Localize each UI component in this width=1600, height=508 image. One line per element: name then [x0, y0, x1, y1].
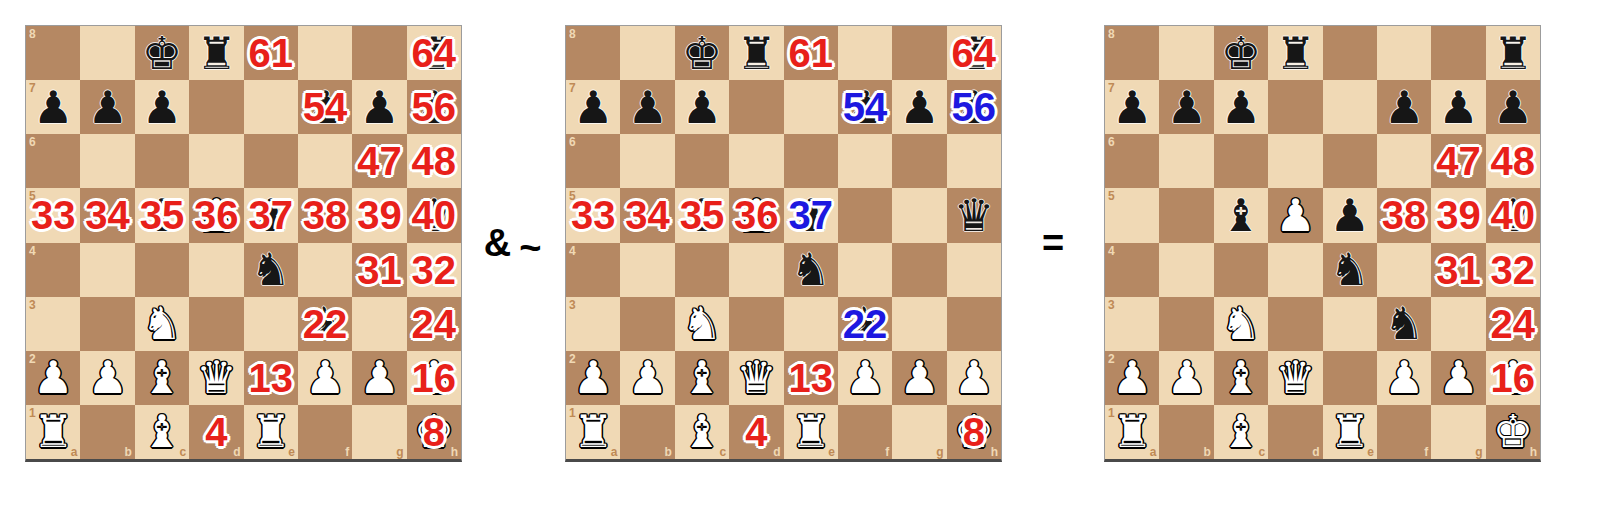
square-b6 [80, 134, 134, 188]
square-f2: ♟ [1377, 351, 1431, 405]
square-e4: ♞ [244, 243, 298, 297]
bit-number-22: 22 [295, 297, 355, 351]
square-a3: 3 [26, 297, 80, 351]
square-d4 [1268, 243, 1322, 297]
square-f6 [1377, 134, 1431, 188]
rank-label-2: 2 [569, 353, 576, 365]
square-c2: ♝ [675, 351, 729, 405]
square-g5: 39 [352, 188, 406, 242]
bit-number-35: 35 [672, 188, 732, 242]
square-f3: ♞22 [298, 297, 352, 351]
rank-label-1: 1 [29, 407, 36, 419]
rank-label-8: 8 [29, 28, 36, 40]
file-label-e: e [828, 446, 835, 458]
bit-number-22: 22 [835, 297, 895, 351]
file-label-h: h [1530, 446, 1537, 458]
rank-label-7: 7 [1108, 82, 1115, 94]
square-e5: ♟37 [784, 188, 838, 242]
rank-label-2: 2 [29, 353, 36, 365]
square-h4: 32 [1486, 243, 1540, 297]
bit-number-13: 13 [241, 351, 301, 405]
square-h5: ♛40 [407, 188, 461, 242]
square-f5: 38 [298, 188, 352, 242]
white-pawn-piece-g2: ♟ [892, 351, 946, 405]
square-f4 [1377, 243, 1431, 297]
square-g5 [892, 188, 946, 242]
chessboard-middle: 8♚♜61♜64♟7♟♟♟54♟♟56653334♝35♟36♟37♛4♞3♞♞… [565, 25, 1002, 462]
square-f3: ♞ [1377, 297, 1431, 351]
square-c1: ♝c [1214, 405, 1268, 459]
square-g2: ♟ [892, 351, 946, 405]
square-h3: 24 [407, 297, 461, 351]
square-f1: f [1377, 405, 1431, 459]
rank-label-7: 7 [569, 82, 576, 94]
square-c7: ♟ [675, 80, 729, 134]
square-b6 [1159, 134, 1213, 188]
square-h7: ♟56 [407, 80, 461, 134]
square-g1: g [1431, 405, 1485, 459]
square-h1: ♚h [1486, 405, 1540, 459]
square-g6: 47 [1431, 134, 1485, 188]
square-e1: ♜e [1323, 405, 1377, 459]
black-bishop-piece-c5: ♝ [1214, 188, 1268, 242]
bit-number-39: 39 [349, 188, 409, 242]
square-g1: g [352, 405, 406, 459]
file-label-f: f [1424, 446, 1428, 458]
square-f5 [838, 188, 892, 242]
bit-number-38: 38 [295, 188, 355, 242]
square-a7: ♟7 [1105, 80, 1159, 134]
square-a2: ♟2 [1105, 351, 1159, 405]
bit-number-64: 64 [944, 26, 1004, 80]
bit-number-33: 33 [23, 188, 83, 242]
square-e7 [784, 80, 838, 134]
square-f2: ♟ [838, 351, 892, 405]
white-pawn-piece-f2: ♟ [838, 351, 892, 405]
square-b1: b [620, 405, 674, 459]
square-c8: ♚ [675, 26, 729, 80]
square-c1: ♝c [135, 405, 189, 459]
bit-number-39: 39 [1428, 188, 1488, 242]
square-g4 [892, 243, 946, 297]
black-pawn-piece-c7: ♟ [675, 80, 729, 134]
square-c7: ♟ [135, 80, 189, 134]
bit-number-16: 16 [1483, 351, 1543, 405]
square-h8: ♜64 [407, 26, 461, 80]
black-pawn-piece-g7: ♟ [352, 80, 406, 134]
square-b7: ♟ [620, 80, 674, 134]
square-e5: ♟ [1323, 188, 1377, 242]
file-label-b: b [664, 446, 671, 458]
square-b8 [620, 26, 674, 80]
white-queen-piece-d2: ♛ [189, 351, 243, 405]
square-b3 [1159, 297, 1213, 351]
square-a7: ♟7 [566, 80, 620, 134]
rank-label-4: 4 [29, 245, 36, 257]
square-a3: 3 [1105, 297, 1159, 351]
square-c5: ♝ [1214, 188, 1268, 242]
file-label-f: f [345, 446, 349, 458]
square-d7 [1268, 80, 1322, 134]
equals-symbol: = [1042, 222, 1064, 265]
square-e7 [1323, 80, 1377, 134]
square-c4 [1214, 243, 1268, 297]
square-h2: ♟16 [1486, 351, 1540, 405]
file-label-d: d [1312, 446, 1319, 458]
file-label-b: b [1203, 446, 1210, 458]
file-label-f: f [885, 446, 889, 458]
square-g3 [352, 297, 406, 351]
square-h6: 48 [1486, 134, 1540, 188]
square-c2: ♝ [1214, 351, 1268, 405]
square-e1: ♜e [784, 405, 838, 459]
square-g6 [892, 134, 946, 188]
square-h6: 48 [407, 134, 461, 188]
bit-number-36: 36 [726, 188, 786, 242]
square-g7: ♟ [892, 80, 946, 134]
square-f6 [838, 134, 892, 188]
square-c4 [135, 243, 189, 297]
square-b4 [620, 243, 674, 297]
black-king-piece-c8: ♚ [135, 26, 189, 80]
black-king-piece-c8: ♚ [1214, 26, 1268, 80]
white-pawn-piece-d5: ♟ [1268, 188, 1322, 242]
white-pawn-piece-f2: ♟ [298, 351, 352, 405]
square-g1: g [892, 405, 946, 459]
square-d5: ♟36 [729, 188, 783, 242]
square-g8 [352, 26, 406, 80]
square-d6 [729, 134, 783, 188]
bit-number-48: 48 [404, 134, 464, 188]
square-b2: ♟ [620, 351, 674, 405]
white-pawn-piece-h2: ♟ [947, 351, 1001, 405]
rank-label-8: 8 [569, 28, 576, 40]
bit-number-35: 35 [132, 188, 192, 242]
square-f3: ♞22 [838, 297, 892, 351]
square-f8 [838, 26, 892, 80]
square-e6 [244, 134, 298, 188]
bit-number-8: 8 [944, 405, 1004, 459]
square-d6 [1268, 134, 1322, 188]
bit-number-4: 4 [726, 405, 786, 459]
square-e2: 13 [244, 351, 298, 405]
bit-number-47: 47 [1428, 134, 1488, 188]
bit-number-61: 61 [241, 26, 301, 80]
square-a4: 4 [566, 243, 620, 297]
square-a6: 6 [26, 134, 80, 188]
bit-number-4: 4 [186, 405, 246, 459]
square-b3 [80, 297, 134, 351]
square-d4 [729, 243, 783, 297]
bitboard-expression-figure: 8♚♜61♜64♟7♟♟♟54♟♟566474853334♝35♟36♟3738… [0, 0, 1600, 508]
square-d5: ♟36 [189, 188, 243, 242]
bit-number-24: 24 [1483, 297, 1543, 351]
bit-number-34: 34 [77, 188, 137, 242]
white-pawn-piece-b2: ♟ [1159, 351, 1213, 405]
white-pawn-piece-g2: ♟ [352, 351, 406, 405]
square-b4 [80, 243, 134, 297]
rank-label-6: 6 [1108, 136, 1115, 148]
square-a1: ♜1a [566, 405, 620, 459]
square-d3 [729, 297, 783, 351]
white-queen-piece-d2: ♛ [729, 351, 783, 405]
square-d2: ♛ [1268, 351, 1322, 405]
square-f1: f [298, 405, 352, 459]
black-rook-piece-h8: ♜ [1486, 26, 1540, 80]
black-pawn-piece-b7: ♟ [80, 80, 134, 134]
black-pawn-piece-f7: ♟ [1377, 80, 1431, 134]
square-a2: ♟2 [566, 351, 620, 405]
square-a5: 533 [26, 188, 80, 242]
black-knight-piece-e4: ♞ [1323, 243, 1377, 297]
square-d8: ♜ [189, 26, 243, 80]
black-rook-piece-d8: ♜ [1268, 26, 1322, 80]
equals-operator: = [1002, 25, 1104, 462]
square-c6 [675, 134, 729, 188]
square-a5: 5 [1105, 188, 1159, 242]
square-c8: ♚ [1214, 26, 1268, 80]
rank-label-3: 3 [29, 299, 36, 311]
square-c6 [135, 134, 189, 188]
square-b7: ♟ [80, 80, 134, 134]
chessboard-right: 8♚♜♜♟7♟♟♟♟♟647485♝♟♟3839♛404♞31323♞♞24♟2… [1104, 25, 1541, 462]
square-f8 [298, 26, 352, 80]
file-label-g: g [1475, 446, 1482, 458]
square-g6: 47 [352, 134, 406, 188]
rank-label-4: 4 [1108, 245, 1115, 257]
square-d8: ♜ [729, 26, 783, 80]
black-pawn-piece-h7: ♟ [1486, 80, 1540, 134]
file-label-e: e [1367, 446, 1374, 458]
bit-number-40: 40 [404, 188, 464, 242]
square-d2: ♛ [189, 351, 243, 405]
black-rook-piece-d8: ♜ [729, 26, 783, 80]
square-d6 [189, 134, 243, 188]
square-b5: 34 [620, 188, 674, 242]
square-f6 [298, 134, 352, 188]
square-h3 [947, 297, 1001, 351]
square-d3 [1268, 297, 1322, 351]
white-bishop-piece-c2: ♝ [135, 351, 189, 405]
bit-number-64: 64 [404, 26, 464, 80]
rank-label-2: 2 [1108, 353, 1115, 365]
square-h4 [947, 243, 1001, 297]
square-g4: 31 [352, 243, 406, 297]
square-c2: ♝ [135, 351, 189, 405]
rank-label-3: 3 [1108, 299, 1115, 311]
white-pawn-piece-b2: ♟ [80, 351, 134, 405]
file-label-c: c [179, 446, 186, 458]
bit-number-8: 8 [404, 405, 464, 459]
black-pawn-piece-g7: ♟ [1431, 80, 1485, 134]
square-c8: ♚ [135, 26, 189, 80]
and-not-operator: &~ [462, 25, 565, 462]
white-queen-piece-d2: ♛ [1268, 351, 1322, 405]
square-f4 [298, 243, 352, 297]
square-a6: 6 [566, 134, 620, 188]
square-a2: ♟2 [26, 351, 80, 405]
square-h5: ♛ [947, 188, 1001, 242]
square-g8 [1431, 26, 1485, 80]
square-d3 [189, 297, 243, 351]
square-b6 [620, 134, 674, 188]
square-g2: ♟ [1431, 351, 1485, 405]
square-b3 [620, 297, 674, 351]
white-pawn-piece-g2: ♟ [1431, 351, 1485, 405]
square-c3: ♞ [135, 297, 189, 351]
square-h2: ♟ [947, 351, 1001, 405]
square-d2: ♛ [729, 351, 783, 405]
rank-label-8: 8 [1108, 28, 1115, 40]
square-e3 [244, 297, 298, 351]
square-d7 [189, 80, 243, 134]
square-d8: ♜ [1268, 26, 1322, 80]
square-d1: d4 [729, 405, 783, 459]
bit-number-56: 56 [944, 80, 1004, 134]
square-e4: ♞ [784, 243, 838, 297]
square-g4: 31 [1431, 243, 1485, 297]
square-b2: ♟ [80, 351, 134, 405]
square-a1: ♜1a [26, 405, 80, 459]
file-label-e: e [288, 446, 295, 458]
black-pawn-piece-g7: ♟ [892, 80, 946, 134]
square-c3: ♞ [1214, 297, 1268, 351]
rank-label-6: 6 [29, 136, 36, 148]
black-pawn-piece-b7: ♟ [1159, 80, 1213, 134]
bit-number-40: 40 [1483, 188, 1543, 242]
square-c5: ♝35 [675, 188, 729, 242]
square-f8 [1377, 26, 1431, 80]
black-pawn-piece-b7: ♟ [620, 80, 674, 134]
black-queen-piece-h5: ♛ [947, 188, 1001, 242]
rank-label-3: 3 [569, 299, 576, 311]
square-a4: 4 [26, 243, 80, 297]
square-h7: ♟ [1486, 80, 1540, 134]
bit-number-34: 34 [617, 188, 677, 242]
rank-label-4: 4 [569, 245, 576, 257]
square-h8: ♜ [1486, 26, 1540, 80]
rank-label-5: 5 [1108, 190, 1115, 202]
square-h1: ♚h8 [947, 405, 1001, 459]
square-e5: ♟37 [244, 188, 298, 242]
square-b4 [1159, 243, 1213, 297]
square-g5: 39 [1431, 188, 1485, 242]
black-knight-piece-e4: ♞ [784, 243, 838, 297]
black-pawn-piece-c7: ♟ [135, 80, 189, 134]
square-e6 [784, 134, 838, 188]
bit-number-24: 24 [404, 297, 464, 351]
bit-number-33: 33 [563, 188, 623, 242]
square-a5: 533 [566, 188, 620, 242]
square-e8: 61 [244, 26, 298, 80]
square-a7: ♟7 [26, 80, 80, 134]
square-b8 [80, 26, 134, 80]
square-e3 [1323, 297, 1377, 351]
square-h4: 32 [407, 243, 461, 297]
square-a8: 8 [1105, 26, 1159, 80]
rank-label-6: 6 [569, 136, 576, 148]
square-e2 [1323, 351, 1377, 405]
square-h3: 24 [1486, 297, 1540, 351]
square-d4 [189, 243, 243, 297]
square-g8 [892, 26, 946, 80]
bit-number-32: 32 [1483, 243, 1543, 297]
bit-number-56: 56 [404, 80, 464, 134]
bit-number-48: 48 [1483, 134, 1543, 188]
square-f1: f [838, 405, 892, 459]
square-a8: 8 [566, 26, 620, 80]
square-f4 [838, 243, 892, 297]
white-knight-piece-c3: ♞ [135, 297, 189, 351]
white-bishop-piece-c2: ♝ [1214, 351, 1268, 405]
black-pawn-piece-e5: ♟ [1323, 188, 1377, 242]
square-f7: ♟ [1377, 80, 1431, 134]
bit-number-54: 54 [835, 80, 895, 134]
bit-number-37: 37 [241, 188, 301, 242]
white-pawn-piece-b2: ♟ [620, 351, 674, 405]
square-e7 [244, 80, 298, 134]
black-pawn-piece-c7: ♟ [1214, 80, 1268, 134]
bit-number-31: 31 [1428, 243, 1488, 297]
square-b5 [1159, 188, 1213, 242]
square-d1: d4 [189, 405, 243, 459]
square-e1: ♜e [244, 405, 298, 459]
white-knight-piece-c3: ♞ [675, 297, 729, 351]
black-knight-piece-e4: ♞ [244, 243, 298, 297]
square-b1: b [80, 405, 134, 459]
white-bishop-piece-c2: ♝ [675, 351, 729, 405]
square-a3: 3 [566, 297, 620, 351]
file-label-c: c [719, 446, 726, 458]
square-g7: ♟ [1431, 80, 1485, 134]
bit-number-32: 32 [404, 243, 464, 297]
square-f5: 38 [1377, 188, 1431, 242]
square-e6 [1323, 134, 1377, 188]
square-e3 [784, 297, 838, 351]
square-g3 [892, 297, 946, 351]
square-e4: ♞ [1323, 243, 1377, 297]
square-f7: ♟54 [838, 80, 892, 134]
square-c3: ♞ [675, 297, 729, 351]
square-d5: ♟ [1268, 188, 1322, 242]
bit-number-31: 31 [349, 243, 409, 297]
bit-number-16: 16 [404, 351, 464, 405]
bit-number-37: 37 [781, 188, 841, 242]
square-b8 [1159, 26, 1213, 80]
square-h7: ♟56 [947, 80, 1001, 134]
square-b7: ♟ [1159, 80, 1213, 134]
square-e8: 61 [784, 26, 838, 80]
square-a1: ♜1a [1105, 405, 1159, 459]
square-g3 [1431, 297, 1485, 351]
square-h1: ♚h8 [407, 405, 461, 459]
rank-label-1: 1 [1108, 407, 1115, 419]
file-label-b: b [124, 446, 131, 458]
white-knight-piece-c3: ♞ [1214, 297, 1268, 351]
square-f7: ♟54 [298, 80, 352, 134]
ampersand-symbol: & [484, 222, 513, 265]
file-label-g: g [936, 446, 943, 458]
rank-label-7: 7 [29, 82, 36, 94]
square-b1: b [1159, 405, 1213, 459]
square-h6 [947, 134, 1001, 188]
square-c5: ♝35 [135, 188, 189, 242]
black-knight-piece-f3: ♞ [1377, 297, 1431, 351]
square-d7 [729, 80, 783, 134]
square-c7: ♟ [1214, 80, 1268, 134]
bit-number-13: 13 [781, 351, 841, 405]
file-label-g: g [396, 446, 403, 458]
